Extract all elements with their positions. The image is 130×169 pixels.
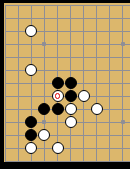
board-point[interactable] [103, 12, 116, 25]
board-point[interactable] [51, 12, 64, 25]
grid-line-v [109, 129, 110, 142]
grid-line-v [18, 64, 19, 77]
grid-line-v [122, 77, 123, 90]
grid-line-h [5, 135, 12, 136]
board-point[interactable] [116, 64, 129, 77]
board-point[interactable] [4, 155, 12, 162]
grid-line-v [44, 142, 45, 155]
board-point[interactable] [103, 155, 116, 162]
board-point[interactable] [51, 129, 64, 142]
black-stone [65, 77, 77, 89]
board-point[interactable] [77, 129, 90, 142]
grid-line-v [96, 116, 97, 129]
board-point[interactable] [103, 51, 116, 64]
board-point[interactable] [38, 142, 51, 155]
board-point[interactable] [77, 90, 90, 103]
board-point[interactable] [129, 155, 130, 162]
grid-line-v [122, 142, 123, 155]
grid-line-v [44, 90, 45, 103]
board-point[interactable] [25, 103, 38, 116]
board-point[interactable] [12, 25, 25, 38]
white-stone [25, 142, 37, 154]
grid-line-v [44, 64, 45, 77]
board-point[interactable] [51, 103, 64, 116]
board-point[interactable] [64, 3, 77, 12]
board-point[interactable] [103, 3, 116, 12]
grid-line-v [96, 77, 97, 90]
grid-line-v [18, 38, 19, 51]
board-point[interactable] [38, 64, 51, 77]
board-point[interactable] [116, 103, 129, 116]
grid-line-v [44, 25, 45, 38]
board-point[interactable] [90, 129, 103, 142]
board-point[interactable] [129, 12, 130, 25]
grid-line-v [5, 116, 6, 129]
grid-line-v [122, 103, 123, 116]
grid-line-v [96, 90, 97, 103]
board-point[interactable] [12, 77, 25, 90]
grid-line-h [129, 148, 130, 149]
grid-line-v [31, 38, 32, 51]
grid-line-h [5, 122, 12, 123]
board-point[interactable] [116, 129, 129, 142]
board-point[interactable] [90, 38, 103, 51]
grid-line-v [83, 155, 84, 162]
board-point[interactable] [4, 25, 12, 38]
grid-line-h [5, 31, 12, 32]
board-point[interactable] [4, 12, 12, 25]
board-point[interactable] [25, 64, 38, 77]
grid-line-v [5, 155, 6, 162]
board-point[interactable] [116, 3, 129, 12]
board-point[interactable] [103, 25, 116, 38]
grid-line-h [129, 18, 130, 19]
grid-line-v [57, 5, 58, 12]
board-point[interactable] [116, 90, 129, 103]
board-point[interactable] [129, 51, 130, 64]
board-point[interactable] [129, 129, 130, 142]
board-point[interactable] [129, 38, 130, 51]
grid-line-v [44, 155, 45, 162]
grid-line-v [57, 64, 58, 77]
grid-line-v [83, 12, 84, 25]
grid-line-v [31, 103, 32, 116]
grid-line-v [18, 129, 19, 142]
board-point[interactable] [38, 77, 51, 90]
board-point[interactable] [38, 129, 51, 142]
board-point[interactable] [103, 90, 116, 103]
grid-line-v [18, 12, 19, 25]
grid-line-v [122, 12, 123, 25]
board-point[interactable] [51, 155, 64, 162]
board-point[interactable] [64, 155, 77, 162]
white-stone [25, 25, 37, 37]
white-stone [65, 116, 77, 128]
grid-line-v [5, 142, 6, 155]
grid-line-v [31, 51, 32, 64]
grid-line-v [96, 64, 97, 77]
grid-line-v [83, 38, 84, 51]
board-point[interactable] [12, 12, 25, 25]
grid-line-v [44, 51, 45, 64]
board-point[interactable] [64, 38, 77, 51]
board-point[interactable] [90, 77, 103, 90]
grid-line-h [5, 44, 12, 45]
board-point[interactable] [38, 116, 51, 129]
board-point[interactable] [64, 116, 77, 129]
grid-line-v [96, 155, 97, 162]
board-point[interactable] [103, 129, 116, 142]
board-point[interactable] [90, 3, 103, 12]
grid-line-v [44, 12, 45, 25]
grid-line-v [57, 155, 58, 162]
star-point-icon [42, 42, 46, 46]
grid-line-v [96, 51, 97, 64]
board-point[interactable] [64, 51, 77, 64]
board-point[interactable] [51, 64, 64, 77]
board-point[interactable] [38, 25, 51, 38]
grid-line-v [5, 38, 6, 51]
grid-line-v [109, 103, 110, 116]
board-point[interactable] [103, 64, 116, 77]
board-point[interactable] [25, 38, 38, 51]
board-point[interactable] [116, 25, 129, 38]
board-point[interactable] [12, 38, 25, 51]
board-point[interactable] [25, 155, 38, 162]
board-point[interactable] [12, 51, 25, 64]
grid-line-v [109, 12, 110, 25]
white-stone [38, 129, 50, 141]
board-point[interactable] [38, 51, 51, 64]
board-point[interactable] [38, 90, 51, 103]
grid-line-v [83, 116, 84, 129]
board-point[interactable] [129, 116, 130, 129]
grid-line-v [5, 90, 6, 103]
grid-line-v [5, 51, 6, 64]
board-point[interactable] [116, 77, 129, 90]
board-point[interactable] [25, 129, 38, 142]
board-point[interactable] [12, 64, 25, 77]
board-point[interactable] [77, 64, 90, 77]
black-stone [38, 103, 50, 115]
grid-line-v [5, 64, 6, 77]
board-point[interactable] [4, 116, 12, 129]
board-point[interactable] [4, 3, 12, 12]
grid-line-v [70, 12, 71, 25]
board-point[interactable] [90, 51, 103, 64]
board-point[interactable] [90, 25, 103, 38]
grid-line-h [129, 161, 130, 162]
grid-line-v [70, 51, 71, 64]
grid-line-h [129, 109, 130, 110]
grid-line-v [18, 51, 19, 64]
board-point[interactable] [64, 129, 77, 142]
board-point[interactable] [12, 3, 25, 12]
grid-line-v [83, 129, 84, 142]
board-point[interactable] [4, 129, 12, 142]
board-point[interactable] [38, 103, 51, 116]
board-point[interactable] [51, 51, 64, 64]
grid-line-h [129, 122, 130, 123]
board-point[interactable] [64, 12, 77, 25]
grid-line-v [122, 25, 123, 38]
board-point[interactable] [51, 3, 64, 12]
grid-line-v [5, 77, 6, 90]
board-point[interactable] [90, 64, 103, 77]
board-point[interactable] [77, 38, 90, 51]
grid-line-v [18, 5, 19, 12]
grid-line-v [96, 25, 97, 38]
grid-line-v [83, 142, 84, 155]
grid-line-v [109, 90, 110, 103]
grid-line-h [129, 57, 130, 58]
grid-line-v [18, 103, 19, 116]
grid-line-v [109, 77, 110, 90]
grid-line-h [5, 161, 12, 162]
star-point-icon [42, 120, 46, 124]
grid-line-h [129, 70, 130, 71]
board-point[interactable] [4, 103, 12, 116]
grid-line-v [122, 129, 123, 142]
black-stone [52, 103, 64, 115]
grid-line-h [129, 44, 130, 45]
grid-line-v [122, 51, 123, 64]
grid-line-v [70, 129, 71, 142]
board-point[interactable] [12, 129, 25, 142]
board-point[interactable] [90, 116, 103, 129]
board-point[interactable] [116, 38, 129, 51]
grid-line-v [83, 5, 84, 12]
grid-line-v [57, 51, 58, 64]
board-point[interactable] [25, 25, 38, 38]
go-viewer-window [0, 0, 130, 169]
board-point[interactable] [77, 77, 90, 90]
board-point[interactable] [116, 12, 129, 25]
grid-line-v [5, 5, 6, 12]
board-point[interactable] [103, 103, 116, 116]
grid-line-v [57, 38, 58, 51]
board-point[interactable] [4, 51, 12, 64]
board-point[interactable] [77, 103, 90, 116]
board-point[interactable] [51, 116, 64, 129]
grid-line-v [31, 90, 32, 103]
white-stone [52, 90, 64, 102]
white-stone [78, 90, 90, 102]
grid-line-v [31, 12, 32, 25]
board-point[interactable] [90, 90, 103, 103]
board-point[interactable] [4, 142, 12, 155]
grid-line-v [109, 64, 110, 77]
board-point[interactable] [38, 3, 51, 12]
grid-line-v [57, 25, 58, 38]
board-point[interactable] [12, 116, 25, 129]
board-point[interactable] [129, 90, 130, 103]
board-point[interactable] [90, 155, 103, 162]
grid-line-v [31, 77, 32, 90]
board-point[interactable] [129, 64, 130, 77]
board-point[interactable] [90, 142, 103, 155]
board-point[interactable] [116, 116, 129, 129]
board-point[interactable] [129, 3, 130, 12]
grid-line-h [5, 148, 12, 149]
board-point[interactable] [51, 38, 64, 51]
grid-line-v [57, 12, 58, 25]
grid-line-v [18, 116, 19, 129]
white-stone [52, 142, 64, 154]
board-point[interactable] [77, 3, 90, 12]
board-point[interactable] [4, 90, 12, 103]
board-point[interactable] [25, 51, 38, 64]
board-point[interactable] [51, 25, 64, 38]
white-stone [65, 103, 77, 115]
grid-line-h [5, 70, 12, 71]
board-point[interactable] [129, 77, 130, 90]
grid-line-v [83, 77, 84, 90]
board-point[interactable] [77, 51, 90, 64]
board-point[interactable] [12, 155, 25, 162]
board-point[interactable] [51, 142, 64, 155]
grid-line-h [5, 96, 12, 97]
star-point-icon [121, 42, 125, 46]
grid-line-v [83, 51, 84, 64]
grid-line-v [122, 5, 123, 12]
board-point[interactable] [129, 103, 130, 116]
board-point[interactable] [103, 116, 116, 129]
grid-line-v [122, 155, 123, 162]
grid-line-v [83, 25, 84, 38]
board-point[interactable] [129, 142, 130, 155]
board-point[interactable] [25, 77, 38, 90]
star-point-icon [121, 120, 125, 124]
grid-line-v [96, 38, 97, 51]
grid-line-v [70, 38, 71, 51]
grid-line-v [83, 64, 84, 77]
grid-line-h [129, 135, 130, 136]
grid-line-v [70, 5, 71, 12]
black-stone [25, 116, 37, 128]
board-point[interactable] [90, 103, 103, 116]
board-point[interactable] [38, 12, 51, 25]
board-point[interactable] [64, 77, 77, 90]
grid-line-v [96, 129, 97, 142]
grid-line-v [18, 25, 19, 38]
board-point[interactable] [77, 116, 90, 129]
board-point[interactable] [51, 77, 64, 90]
grid-line-h [5, 109, 12, 110]
grid-line-v [109, 38, 110, 51]
grid-line-v [70, 155, 71, 162]
board-point[interactable] [64, 64, 77, 77]
grid-line-v [109, 142, 110, 155]
grid-line-v [96, 12, 97, 25]
board-grid [4, 3, 130, 162]
grid-line-v [109, 116, 110, 129]
grid-line-h [5, 83, 12, 84]
grid-line-v [109, 25, 110, 38]
board-point[interactable] [25, 116, 38, 129]
grid-line-v [5, 103, 6, 116]
grid-line-v [122, 64, 123, 77]
board-point[interactable] [25, 90, 38, 103]
black-stone [52, 77, 64, 89]
grid-line-v [109, 5, 110, 12]
board-point[interactable] [64, 25, 77, 38]
grid-line-h [129, 5, 130, 6]
board-point[interactable] [129, 25, 130, 38]
grid-line-v [109, 155, 110, 162]
grid-line-v [122, 90, 123, 103]
board-point[interactable] [77, 142, 90, 155]
grid-line-h [129, 96, 130, 97]
board-point[interactable] [38, 38, 51, 51]
black-stone [25, 129, 37, 141]
grid-line-h [129, 31, 130, 32]
grid-line-v [109, 51, 110, 64]
white-stone [25, 64, 37, 76]
grid-line-v [96, 142, 97, 155]
board-point[interactable] [38, 155, 51, 162]
board-point[interactable] [4, 77, 12, 90]
board-point[interactable] [25, 142, 38, 155]
grid-line-v [31, 155, 32, 162]
board-point[interactable] [77, 25, 90, 38]
grid-line-v [70, 64, 71, 77]
black-stone [65, 90, 77, 102]
board-point[interactable] [64, 103, 77, 116]
board-point[interactable] [51, 90, 64, 103]
board-point[interactable] [12, 142, 25, 155]
last-move-marker-icon [55, 93, 61, 99]
grid-line-v [18, 142, 19, 155]
board-point[interactable] [103, 142, 116, 155]
grid-line-v [44, 5, 45, 12]
grid-line-h [129, 83, 130, 84]
go-board [4, 3, 130, 162]
board-point[interactable] [64, 90, 77, 103]
board-point[interactable] [103, 38, 116, 51]
grid-line-v [18, 90, 19, 103]
grid-line-h [5, 57, 12, 58]
grid-line-v [5, 25, 6, 38]
grid-line-v [96, 5, 97, 12]
grid-line-v [44, 77, 45, 90]
grid-line-v [18, 155, 19, 162]
board-point[interactable] [4, 38, 12, 51]
board-point[interactable] [12, 90, 25, 103]
board-point[interactable] [116, 142, 129, 155]
board-point[interactable] [116, 155, 129, 162]
board-point[interactable] [116, 51, 129, 64]
board-point[interactable] [64, 142, 77, 155]
board-point[interactable] [77, 12, 90, 25]
board-point[interactable] [103, 77, 116, 90]
grid-line-v [70, 25, 71, 38]
board-point[interactable] [77, 155, 90, 162]
grid-line-v [83, 103, 84, 116]
board-point[interactable] [90, 12, 103, 25]
grid-line-h [5, 5, 12, 6]
grid-line-v [18, 77, 19, 90]
grid-line-v [5, 129, 6, 142]
grid-line-v [57, 116, 58, 129]
board-point[interactable] [4, 64, 12, 77]
board-point[interactable] [12, 103, 25, 116]
grid-line-v [70, 142, 71, 155]
board-point[interactable] [25, 3, 38, 12]
grid-line-v [57, 129, 58, 142]
board-point[interactable] [25, 12, 38, 25]
white-stone [91, 103, 103, 115]
